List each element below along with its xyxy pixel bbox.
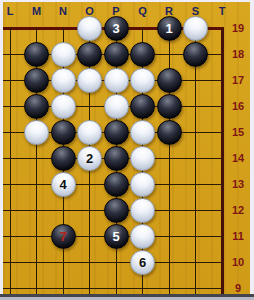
row-label-9: 9 [227,281,249,295]
stone-white-Q15[interactable] [130,120,155,145]
move-number-2: 2 [86,152,93,165]
stone-black-N11[interactable]: 7 [51,224,76,249]
stone-white-Q12[interactable] [130,198,155,223]
stone-white-O15[interactable] [77,120,102,145]
row-label-16: 16 [227,99,249,113]
stone-white-P17[interactable] [104,68,129,93]
row-label-10: 10 [227,255,249,269]
row-label-12: 12 [227,203,249,217]
row-label-11: 11 [227,229,249,243]
move-number-7: 7 [59,230,66,243]
stone-white-Q14[interactable] [130,146,155,171]
col-label-M: M [29,5,45,17]
stone-black-M17[interactable] [24,68,49,93]
stone-black-R19[interactable]: 1 [157,16,182,41]
stone-black-R15[interactable] [157,120,182,145]
move-number-5: 5 [112,230,119,243]
go-board-frame: 191817161514131211109LMNOPQRST3124756 [0,0,254,300]
stone-black-R16[interactable] [157,94,182,119]
row-label-14: 14 [227,151,249,165]
col-label-Q: Q [135,5,151,17]
stone-black-N14[interactable] [51,146,76,171]
stone-white-S19[interactable] [183,16,208,41]
move-number-4: 4 [59,178,66,191]
stone-white-Q11[interactable] [130,224,155,249]
row-label-18: 18 [227,47,249,61]
row-label-17: 17 [227,73,249,87]
stone-white-N17[interactable] [51,68,76,93]
grid-vline-T [221,28,224,294]
stone-white-Q17[interactable] [130,68,155,93]
stone-black-P15[interactable] [104,120,129,145]
stone-white-O19[interactable] [77,16,102,41]
stone-black-S18[interactable] [183,42,208,67]
go-board[interactable]: 191817161514131211109LMNOPQRST3124756 [3,2,250,294]
row-label-19: 19 [227,21,249,35]
stone-white-N18[interactable] [51,42,76,67]
col-label-N: N [55,5,71,17]
move-number-3: 3 [112,22,119,35]
grid-vline-L [10,28,11,294]
col-label-L: L [2,5,18,17]
stone-white-N16[interactable] [51,94,76,119]
stone-black-O18[interactable] [77,42,102,67]
stone-black-N15[interactable] [51,120,76,145]
row-label-15: 15 [227,125,249,139]
stone-white-Q13[interactable] [130,172,155,197]
stone-black-P12[interactable] [104,198,129,223]
stone-black-R17[interactable] [157,68,182,93]
stone-black-M16[interactable] [24,94,49,119]
stone-black-Q18[interactable] [130,42,155,67]
stone-black-Q16[interactable] [130,94,155,119]
stone-black-P14[interactable] [104,146,129,171]
stone-white-M15[interactable] [24,120,49,145]
stone-white-Q10[interactable]: 6 [130,250,155,275]
stone-white-O14[interactable]: 2 [77,146,102,171]
stone-white-O17[interactable] [77,68,102,93]
col-label-T: T [214,5,230,17]
stone-white-N13[interactable]: 4 [51,172,76,197]
move-number-1: 1 [165,22,172,35]
stone-black-P19[interactable]: 3 [104,16,129,41]
stone-white-P16[interactable] [104,94,129,119]
stone-black-P11[interactable]: 5 [104,224,129,249]
stone-black-P13[interactable] [104,172,129,197]
grid-vline-S [195,28,196,294]
move-number-6: 6 [139,256,146,269]
stone-black-P18[interactable] [104,42,129,67]
stone-black-M18[interactable] [24,42,49,67]
row-label-13: 13 [227,177,249,191]
